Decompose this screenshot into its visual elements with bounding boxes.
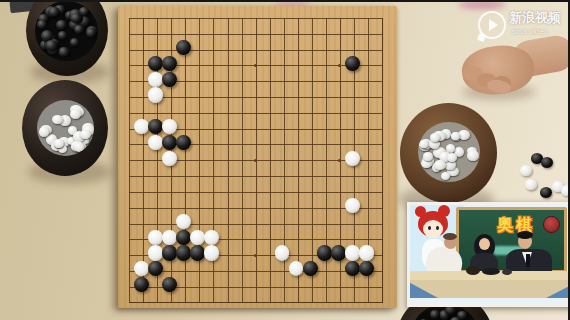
white-stone xyxy=(162,151,177,166)
bowl-opening xyxy=(37,100,94,156)
black-stone xyxy=(134,277,149,292)
white-stone-in-bowl xyxy=(419,140,429,148)
white-stone-in-bowl xyxy=(451,132,460,140)
white-stone-bowl xyxy=(400,103,497,203)
black-stone-in-bowl xyxy=(74,25,84,34)
black-stone-in-bowl xyxy=(48,7,60,18)
black-stone xyxy=(190,245,205,260)
loose-black-stone xyxy=(540,187,552,198)
white-stone xyxy=(148,230,163,245)
white-stone-in-bowl xyxy=(447,153,457,161)
play-triangle-icon xyxy=(489,19,498,31)
white-stone xyxy=(275,245,290,260)
black-stone xyxy=(162,72,177,87)
white-stone-in-bowl xyxy=(80,130,91,139)
white-stone-in-bowl xyxy=(441,172,450,181)
guest-right-hair xyxy=(517,231,533,239)
white-stone-in-bowl xyxy=(70,109,81,118)
black-stone-in-bowl xyxy=(70,38,79,47)
mascot-eye xyxy=(428,226,431,230)
black-stone-in-bowl xyxy=(58,31,67,40)
black-stone xyxy=(317,245,332,260)
broadcast-frame: 新浪视频 sina video 奥棋 xyxy=(0,0,570,320)
white-stone xyxy=(134,261,149,276)
sina-play-icon xyxy=(478,11,506,39)
white-stone xyxy=(134,119,149,134)
guest-right-tie xyxy=(526,254,530,267)
mascot-hair-bun xyxy=(438,205,450,217)
black-stone-in-bowl xyxy=(37,20,47,29)
mascot-eye xyxy=(436,226,439,230)
pip-video-overlay: 奥棋 xyxy=(407,202,570,307)
black-stone-in-bowl xyxy=(58,47,70,57)
desk-stones xyxy=(502,269,512,275)
mascot-face xyxy=(423,220,443,238)
host-left-hair xyxy=(443,233,457,240)
watermark-brand: 新浪视频 xyxy=(509,9,561,27)
loose-white-stone xyxy=(520,165,532,176)
watermark: 新浪视频 sina video xyxy=(478,8,570,42)
black-stone-in-bowl xyxy=(430,310,440,319)
studio-desk-front xyxy=(410,280,570,298)
white-stone xyxy=(359,245,374,260)
black-stone xyxy=(345,56,360,71)
host-center-face xyxy=(479,238,490,250)
black-stone xyxy=(162,135,177,150)
black-stone xyxy=(148,261,163,276)
white-stone-in-bowl xyxy=(430,133,440,141)
black-stone xyxy=(176,135,191,150)
black-stone-in-bowl xyxy=(56,20,67,30)
watermark-sub: sina video xyxy=(512,27,548,36)
black-stone xyxy=(176,230,191,245)
white-stone xyxy=(148,135,163,150)
black-stone xyxy=(176,245,191,260)
black-stone xyxy=(331,245,346,260)
white-stone xyxy=(148,72,163,87)
white-stone xyxy=(162,119,177,134)
studio-scene: 奥棋 xyxy=(410,205,570,304)
white-stone xyxy=(148,245,163,260)
black-stone xyxy=(162,245,177,260)
white-stone xyxy=(204,230,219,245)
desk-stones xyxy=(482,268,500,275)
black-stone xyxy=(148,119,163,134)
white-stone xyxy=(204,245,219,260)
white-stone xyxy=(190,230,205,245)
loose-white-stone xyxy=(525,179,537,190)
white-stone xyxy=(345,151,360,166)
show-logo-badge xyxy=(543,216,560,233)
white-stone-bowl xyxy=(22,80,108,176)
white-stone xyxy=(176,214,191,229)
white-stone-in-bowl xyxy=(39,127,49,136)
white-stone-in-bowl xyxy=(434,160,445,170)
go-board xyxy=(118,6,397,308)
mascot-hair-bun xyxy=(415,206,426,217)
star-point xyxy=(254,254,257,257)
white-stone xyxy=(345,198,360,213)
white-stone-in-bowl xyxy=(74,142,84,152)
black-stone-in-bowl xyxy=(86,28,96,38)
black-stone xyxy=(176,40,191,55)
black-stone xyxy=(303,261,318,276)
black-stone-in-bowl xyxy=(79,7,89,16)
white-stone-in-bowl xyxy=(458,130,470,140)
white-stone xyxy=(345,245,360,260)
white-stone xyxy=(162,230,177,245)
white-stone-in-bowl xyxy=(54,139,63,147)
white-stone-in-bowl xyxy=(467,150,479,161)
white-stone-in-bowl xyxy=(423,152,433,160)
black-stone xyxy=(162,277,177,292)
bowl-opening xyxy=(418,122,480,182)
bowl-opening xyxy=(35,1,98,61)
black-stone-in-bowl xyxy=(45,40,57,51)
top-edge-bar xyxy=(0,0,570,2)
black-stone xyxy=(148,56,163,71)
loose-black-stone xyxy=(541,157,553,168)
white-stone xyxy=(148,87,163,102)
desk-go-bowl xyxy=(466,266,480,275)
white-stone-in-bowl xyxy=(52,115,63,124)
black-stone xyxy=(162,56,177,71)
